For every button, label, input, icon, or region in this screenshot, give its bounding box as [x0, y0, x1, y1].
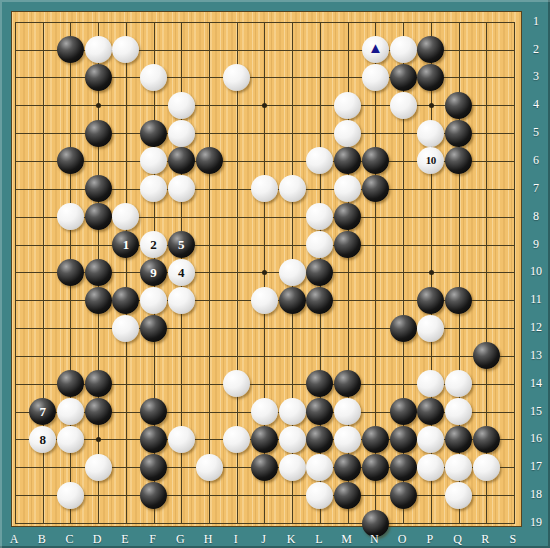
star-point	[96, 103, 101, 108]
coordinate-label: 15	[523, 404, 549, 418]
black-stone	[140, 120, 167, 147]
black-stone	[306, 259, 333, 286]
black-stone	[140, 315, 167, 342]
coordinate-label: 14	[523, 376, 549, 390]
coordinate-label: L	[309, 532, 329, 546]
black-stone	[85, 287, 112, 314]
coordinate-label: A	[4, 532, 24, 546]
white-stone	[168, 287, 195, 314]
white-stone	[390, 36, 417, 63]
white-stone	[57, 482, 84, 509]
white-stone: 10	[417, 147, 444, 174]
white-stone	[390, 92, 417, 119]
white-stone	[306, 482, 333, 509]
black-stone	[57, 36, 84, 63]
white-stone	[417, 454, 444, 481]
coordinate-label: 2	[523, 42, 549, 56]
black-stone: 1	[112, 231, 139, 258]
white-stone	[417, 315, 444, 342]
black-stone	[417, 287, 444, 314]
white-stone: 8	[29, 426, 56, 453]
black-stone	[445, 426, 472, 453]
white-stone	[223, 64, 250, 91]
white-stone: 4	[168, 259, 195, 286]
app-frame: ▲101259478 ABCDEFGHIJKLMNOPQRS 123456789…	[0, 0, 550, 548]
black-stone	[390, 482, 417, 509]
star-point	[262, 270, 267, 275]
white-stone	[140, 147, 167, 174]
white-stone	[473, 454, 500, 481]
white-stone	[279, 426, 306, 453]
white-stone	[334, 426, 361, 453]
black-stone	[390, 398, 417, 425]
white-stone	[362, 64, 389, 91]
black-stone	[306, 398, 333, 425]
black-stone	[168, 147, 195, 174]
black-stone: 5	[168, 231, 195, 258]
coordinate-label: H	[198, 532, 218, 546]
white-stone	[334, 398, 361, 425]
black-stone	[334, 147, 361, 174]
black-stone	[306, 426, 333, 453]
black-stone	[362, 426, 389, 453]
black-stone	[390, 454, 417, 481]
coordinate-label: 8	[523, 209, 549, 223]
white-stone	[279, 175, 306, 202]
coordinate-label: F	[143, 532, 163, 546]
star-point	[96, 437, 101, 442]
coordinate-label: 5	[523, 125, 549, 139]
coordinate-label: N	[364, 532, 384, 546]
white-stone	[140, 287, 167, 314]
black-stone	[85, 175, 112, 202]
black-stone	[306, 287, 333, 314]
grid-line	[514, 22, 515, 524]
move-number-label: 5	[178, 238, 185, 251]
grid-line	[15, 495, 515, 496]
white-stone: 2	[140, 231, 167, 258]
black-stone	[390, 315, 417, 342]
black-stone	[196, 147, 223, 174]
coordinate-label: 13	[523, 348, 549, 362]
black-stone	[85, 259, 112, 286]
black-stone	[445, 92, 472, 119]
white-stone	[85, 36, 112, 63]
black-stone	[445, 147, 472, 174]
coordinate-label: 9	[523, 237, 549, 251]
move-number-label: 10	[426, 155, 436, 166]
coordinate-label: P	[420, 532, 440, 546]
white-stone	[140, 64, 167, 91]
white-stone	[417, 370, 444, 397]
move-number-label: 4	[178, 266, 185, 279]
grid-line	[15, 523, 515, 524]
coordinate-label: B	[32, 532, 52, 546]
black-stone	[417, 398, 444, 425]
black-stone	[306, 370, 333, 397]
move-number-label: 7	[39, 405, 46, 418]
white-stone	[306, 454, 333, 481]
coordinate-label: 17	[523, 459, 549, 473]
coordinate-label: 6	[523, 153, 549, 167]
coordinate-label: 7	[523, 181, 549, 195]
black-stone	[85, 120, 112, 147]
move-number-label: 9	[150, 266, 157, 279]
white-stone	[334, 92, 361, 119]
black-stone	[334, 370, 361, 397]
white-stone	[445, 454, 472, 481]
black-stone: 9	[140, 259, 167, 286]
white-stone	[279, 454, 306, 481]
move-number-label: 1	[123, 238, 130, 251]
white-stone	[279, 398, 306, 425]
black-stone	[334, 231, 361, 258]
white-stone	[306, 147, 333, 174]
coordinate-label: 12	[523, 320, 549, 334]
coordinate-label: Q	[448, 532, 468, 546]
black-stone	[417, 64, 444, 91]
white-stone	[112, 315, 139, 342]
white-stone	[57, 203, 84, 230]
white-stone	[306, 203, 333, 230]
triangle-mark-icon: ▲	[368, 41, 383, 56]
grid-line	[15, 356, 515, 357]
white-stone	[445, 398, 472, 425]
white-stone	[334, 120, 361, 147]
black-stone	[362, 175, 389, 202]
white-stone: ▲	[362, 36, 389, 63]
coordinate-label: J	[253, 532, 273, 546]
black-stone	[279, 287, 306, 314]
black-stone	[334, 454, 361, 481]
black-stone	[417, 36, 444, 63]
black-stone	[140, 426, 167, 453]
black-stone	[251, 454, 278, 481]
white-stone	[223, 370, 250, 397]
coordinate-label: D	[87, 532, 107, 546]
white-stone	[279, 259, 306, 286]
go-board[interactable]: ▲101259478	[11, 11, 522, 527]
star-point	[429, 103, 434, 108]
black-stone	[473, 342, 500, 369]
black-stone	[85, 398, 112, 425]
star-point	[429, 270, 434, 275]
black-stone	[112, 287, 139, 314]
coordinate-label: 11	[523, 292, 549, 306]
black-stone	[57, 370, 84, 397]
white-stone	[168, 120, 195, 147]
white-stone	[251, 398, 278, 425]
white-stone	[334, 175, 361, 202]
white-stone	[168, 92, 195, 119]
coordinate-label: C	[59, 532, 79, 546]
white-stone	[417, 426, 444, 453]
coordinate-label: O	[392, 532, 412, 546]
white-stone	[223, 426, 250, 453]
coordinate-label: I	[226, 532, 246, 546]
black-stone	[251, 426, 278, 453]
white-stone	[445, 482, 472, 509]
black-stone	[445, 120, 472, 147]
black-stone	[362, 147, 389, 174]
black-stone	[390, 64, 417, 91]
white-stone	[85, 454, 112, 481]
white-stone	[251, 287, 278, 314]
white-stone	[306, 231, 333, 258]
white-stone	[251, 175, 278, 202]
black-stone	[140, 398, 167, 425]
black-stone	[140, 482, 167, 509]
star-point	[262, 103, 267, 108]
coordinate-label: 19	[523, 515, 549, 529]
black-stone	[85, 370, 112, 397]
black-stone: 7	[29, 398, 56, 425]
white-stone	[140, 175, 167, 202]
coordinate-label: K	[281, 532, 301, 546]
black-stone	[140, 454, 167, 481]
coordinate-label: 10	[523, 264, 549, 278]
move-number-label: 2	[150, 238, 157, 251]
coordinate-label: 18	[523, 487, 549, 501]
coordinate-label: 4	[523, 97, 549, 111]
white-stone	[57, 398, 84, 425]
move-number-label: 8	[39, 433, 46, 446]
black-stone	[57, 147, 84, 174]
black-stone	[334, 482, 361, 509]
coordinate-label: M	[337, 532, 357, 546]
black-stone	[473, 426, 500, 453]
coordinate-label: E	[115, 532, 135, 546]
black-stone	[445, 287, 472, 314]
white-stone	[112, 36, 139, 63]
coordinate-label: 3	[523, 69, 549, 83]
black-stone	[57, 259, 84, 286]
coordinate-label: R	[475, 532, 495, 546]
white-stone	[168, 175, 195, 202]
black-stone	[334, 203, 361, 230]
black-stone	[85, 203, 112, 230]
black-stone	[390, 426, 417, 453]
black-stone	[362, 454, 389, 481]
white-stone	[168, 426, 195, 453]
white-stone	[57, 426, 84, 453]
white-stone	[112, 203, 139, 230]
black-stone	[85, 64, 112, 91]
coordinate-label: S	[503, 532, 523, 546]
white-stone	[196, 454, 223, 481]
coordinate-label: G	[170, 532, 190, 546]
white-stone	[445, 370, 472, 397]
white-stone	[417, 120, 444, 147]
coordinate-label: 16	[523, 431, 549, 445]
coordinate-label: 1	[523, 14, 549, 28]
